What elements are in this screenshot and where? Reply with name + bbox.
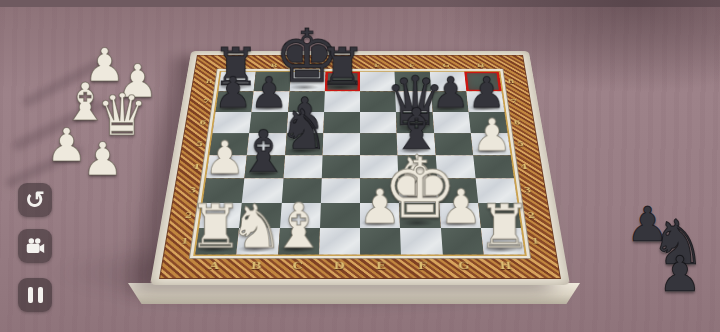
captured-piece-P: ♟: [82, 136, 123, 182]
coord-label-C: C: [276, 257, 319, 275]
game-screen: ABCDEFGH ABCDEFGH 87654321 87654321 ♜♚♜♟…: [0, 0, 720, 332]
captured-piece-p: ♟: [658, 250, 702, 299]
square-h1[interactable]: ♜: [481, 228, 525, 254]
square-g2[interactable]: ♟: [439, 203, 481, 228]
square-d4[interactable]: [322, 155, 360, 178]
square-d3[interactable]: [321, 178, 360, 202]
square-f2[interactable]: ♚: [399, 203, 440, 228]
undo-button[interactable]: ↺: [18, 183, 52, 217]
square-d8[interactable]: ♜: [325, 72, 360, 92]
file-labels-bottom: ABCDEFGH: [193, 257, 528, 275]
piece-P-h5[interactable]: ♟: [472, 113, 512, 158]
coord-label-G: G: [442, 257, 485, 275]
square-c5[interactable]: ♞: [285, 133, 323, 155]
square-b4[interactable]: ♝: [245, 155, 285, 178]
piece-P-g2[interactable]: ♟: [439, 183, 482, 231]
coord-label-F: F: [401, 257, 444, 275]
piece-b-b4[interactable]: ♝: [237, 123, 289, 181]
piece-p-h7[interactable]: ♟: [467, 71, 505, 114]
piece-r-d8[interactable]: ♜: [319, 42, 366, 94]
coord-label-B: B: [234, 257, 277, 275]
square-f1[interactable]: [400, 228, 442, 254]
square-c1[interactable]: ♝: [278, 228, 320, 254]
square-h5[interactable]: ♟: [471, 133, 511, 155]
coord-label-D: D: [318, 257, 360, 275]
piece-R-h1[interactable]: ♜: [477, 197, 531, 258]
video-camera-icon: [24, 235, 46, 257]
square-a7[interactable]: ♟: [216, 91, 254, 111]
board-slab-edge: [128, 283, 580, 304]
coord-label-H: H: [484, 257, 528, 275]
square-h4[interactable]: [473, 155, 514, 178]
piece-p-a7[interactable]: ♟: [214, 71, 252, 114]
piece-B-c1[interactable]: ♝: [270, 195, 326, 258]
square-d7[interactable]: [324, 91, 360, 111]
square-e1[interactable]: [360, 228, 401, 254]
coord-label-E: E: [360, 257, 402, 275]
board-border-mosaic: ABCDEFGH ABCDEFGH 87654321 87654321 ♜♚♜♟…: [159, 55, 561, 279]
coord-label-4: 4: [512, 155, 535, 178]
coord-label-A: A: [193, 257, 237, 275]
coord-label-6: 6: [192, 112, 214, 133]
pause-icon: [28, 287, 43, 303]
undo-icon: ↺: [25, 188, 45, 212]
camera-button[interactable]: [18, 229, 52, 263]
coord-label-5: 5: [509, 133, 532, 155]
pause-button[interactable]: [18, 278, 52, 312]
square-d6[interactable]: [323, 112, 360, 133]
board-grid: ♜♚♜♟♟♟♟♟♛♞♝♟♟♝♞♟♚♟♜♞♝♜: [195, 72, 524, 255]
chess-board: ABCDEFGH ABCDEFGH 87654321 87654321 ♜♚♜♟…: [150, 51, 570, 285]
